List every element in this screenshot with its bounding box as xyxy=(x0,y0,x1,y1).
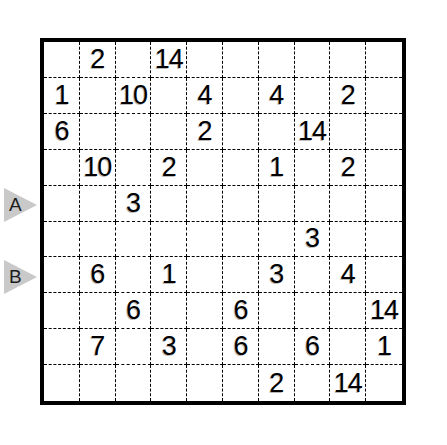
cell-r8c1[interactable] xyxy=(44,293,80,329)
cell-r4c4[interactable]: 2 xyxy=(151,150,187,186)
cell-r4c8[interactable] xyxy=(295,150,331,186)
cell-r10c4[interactable] xyxy=(151,365,187,401)
cell-r5c8[interactable] xyxy=(295,186,331,222)
cell-r5c2[interactable] xyxy=(80,186,116,222)
cell-r3c5[interactable]: 2 xyxy=(187,114,223,150)
cell-r10c1[interactable] xyxy=(44,365,80,401)
cell-r4c3[interactable] xyxy=(116,150,152,186)
cell-r7c3[interactable] xyxy=(116,257,152,293)
cell-r6c4[interactable] xyxy=(151,222,187,258)
cell-r9c10[interactable]: 1 xyxy=(366,329,402,365)
cell-r3c2[interactable] xyxy=(80,114,116,150)
cell-r2c2[interactable] xyxy=(80,78,116,114)
cell-r3c3[interactable] xyxy=(116,114,152,150)
cell-r3c9[interactable] xyxy=(330,114,366,150)
cell-r6c1[interactable] xyxy=(44,222,80,258)
fillomino-board: 214110442621410212336134661473661214 xyxy=(40,38,406,405)
cell-r3c1[interactable]: 6 xyxy=(44,114,80,150)
cell-r4c6[interactable] xyxy=(223,150,259,186)
cell-r5c3[interactable]: 3 xyxy=(116,186,152,222)
cell-r6c7[interactable] xyxy=(259,222,295,258)
cell-r2c4[interactable] xyxy=(151,78,187,114)
cell-r6c2[interactable] xyxy=(80,222,116,258)
cell-r1c7[interactable] xyxy=(259,42,295,78)
cell-r5c4[interactable] xyxy=(151,186,187,222)
cell-r9c4[interactable]: 3 xyxy=(151,329,187,365)
cell-r10c6[interactable] xyxy=(223,365,259,401)
cell-r7c6[interactable] xyxy=(223,257,259,293)
puzzle-grid: 214110442621410212336134661473661214 xyxy=(44,42,402,401)
cell-r10c3[interactable] xyxy=(116,365,152,401)
cell-r4c1[interactable] xyxy=(44,150,80,186)
cell-r7c2[interactable]: 6 xyxy=(80,257,116,293)
cell-r1c4[interactable]: 14 xyxy=(151,42,187,78)
marker-b-label: B xyxy=(9,266,22,288)
marker-a-label: A xyxy=(9,194,22,216)
cell-r8c5[interactable] xyxy=(187,293,223,329)
cell-r10c10[interactable] xyxy=(366,365,402,401)
cell-r8c4[interactable] xyxy=(151,293,187,329)
cell-r8c2[interactable] xyxy=(80,293,116,329)
cell-r10c2[interactable] xyxy=(80,365,116,401)
cell-r8c7[interactable] xyxy=(259,293,295,329)
cell-r6c8[interactable]: 3 xyxy=(295,222,331,258)
cell-r5c6[interactable] xyxy=(223,186,259,222)
cell-r10c7[interactable]: 2 xyxy=(259,365,295,401)
cell-r6c5[interactable] xyxy=(187,222,223,258)
cell-r8c10[interactable]: 14 xyxy=(366,293,402,329)
cell-r3c6[interactable] xyxy=(223,114,259,150)
cell-r9c6[interactable]: 6 xyxy=(223,329,259,365)
cell-r6c9[interactable] xyxy=(330,222,366,258)
cell-r4c5[interactable] xyxy=(187,150,223,186)
cell-r10c8[interactable] xyxy=(295,365,331,401)
cell-r1c9[interactable] xyxy=(330,42,366,78)
cell-r7c1[interactable] xyxy=(44,257,80,293)
cell-r3c8[interactable]: 14 xyxy=(295,114,331,150)
cell-r1c10[interactable] xyxy=(366,42,402,78)
puzzle-page: A B 214110442621410212336134661473661214 xyxy=(0,0,447,445)
cell-r5c1[interactable] xyxy=(44,186,80,222)
cell-r10c5[interactable] xyxy=(187,365,223,401)
cell-r1c3[interactable] xyxy=(116,42,152,78)
cell-r7c7[interactable]: 3 xyxy=(259,257,295,293)
answer-row-marker-a: A xyxy=(4,188,37,222)
cell-r2c6[interactable] xyxy=(223,78,259,114)
cell-r6c3[interactable] xyxy=(116,222,152,258)
cell-r10c9[interactable]: 14 xyxy=(330,365,366,401)
cell-r2c3[interactable]: 10 xyxy=(116,78,152,114)
cell-r2c10[interactable] xyxy=(366,78,402,114)
cell-r1c1[interactable] xyxy=(44,42,80,78)
cell-r2c8[interactable] xyxy=(295,78,331,114)
cell-r2c1[interactable]: 1 xyxy=(44,78,80,114)
cell-r9c2[interactable]: 7 xyxy=(80,329,116,365)
cell-r7c5[interactable] xyxy=(187,257,223,293)
cell-r9c8[interactable]: 6 xyxy=(295,329,331,365)
cell-r3c7[interactable] xyxy=(259,114,295,150)
cell-r6c6[interactable] xyxy=(223,222,259,258)
cell-r7c10[interactable] xyxy=(366,257,402,293)
cell-r3c10[interactable] xyxy=(366,114,402,150)
cell-r4c2[interactable]: 10 xyxy=(80,150,116,186)
cell-r2c5[interactable]: 4 xyxy=(187,78,223,114)
cell-r4c10[interactable] xyxy=(366,150,402,186)
cell-r1c8[interactable] xyxy=(295,42,331,78)
cell-r9c1[interactable] xyxy=(44,329,80,365)
cell-r4c7[interactable]: 1 xyxy=(259,150,295,186)
cell-r9c7[interactable] xyxy=(259,329,295,365)
cell-r7c9[interactable]: 4 xyxy=(330,257,366,293)
cell-r5c7[interactable] xyxy=(259,186,295,222)
cell-r2c7[interactable]: 4 xyxy=(259,78,295,114)
cell-r8c3[interactable]: 6 xyxy=(116,293,152,329)
cell-r5c9[interactable] xyxy=(330,186,366,222)
cell-r8c9[interactable] xyxy=(330,293,366,329)
cell-r8c6[interactable]: 6 xyxy=(223,293,259,329)
cell-r7c4[interactable]: 1 xyxy=(151,257,187,293)
cell-r6c10[interactable] xyxy=(366,222,402,258)
cell-r9c3[interactable] xyxy=(116,329,152,365)
cell-r7c8[interactable] xyxy=(295,257,331,293)
cell-r8c8[interactable] xyxy=(295,293,331,329)
cell-r9c9[interactable] xyxy=(330,329,366,365)
cell-r1c6[interactable] xyxy=(223,42,259,78)
cell-r5c5[interactable] xyxy=(187,186,223,222)
cell-r9c5[interactable] xyxy=(187,329,223,365)
cell-r1c2[interactable]: 2 xyxy=(80,42,116,78)
cell-r1c5[interactable] xyxy=(187,42,223,78)
cell-r3c4[interactable] xyxy=(151,114,187,150)
cell-r2c9[interactable]: 2 xyxy=(330,78,366,114)
answer-row-marker-b: B xyxy=(4,260,37,294)
cell-r5c10[interactable] xyxy=(366,186,402,222)
cell-r4c9[interactable]: 2 xyxy=(330,150,366,186)
